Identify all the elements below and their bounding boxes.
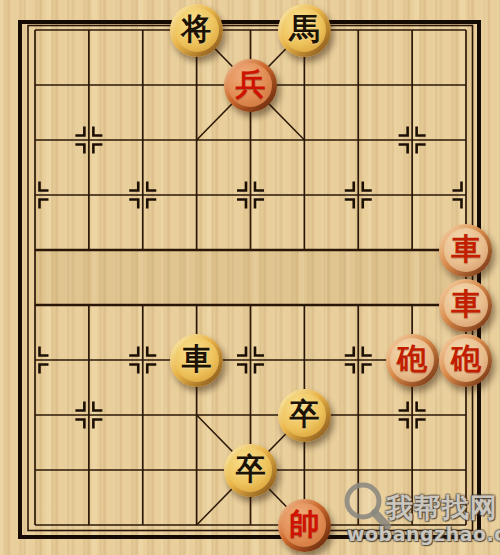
piece-glyph: 車 [182,344,212,374]
piece-glyph: 帥 [289,509,319,539]
piece-red-chariot-2[interactable]: 車 [439,279,492,332]
piece-black-chariot[interactable]: 車 [170,334,223,387]
piece-glyph: 卒 [235,454,265,484]
piece-red-cannon-2[interactable]: 砲 [439,334,492,387]
piece-glyph: 馬 [289,14,319,44]
piece-glyph: 車 [451,234,481,264]
piece-black-pawn-2[interactable]: 卒 [224,444,277,497]
piece-black-horse[interactable]: 馬 [278,4,331,57]
piece-red-general[interactable]: 帥 [278,499,331,552]
piece-glyph: 卒 [289,399,319,429]
piece-red-chariot-1[interactable]: 車 [439,224,492,277]
piece-black-pawn-1[interactable]: 卒 [278,389,331,442]
piece-glyph: 砲 [397,344,427,374]
piece-red-pawn[interactable]: 兵 [224,59,277,112]
piece-black-general[interactable]: 将 [170,4,223,57]
piece-red-cannon-1[interactable]: 砲 [386,334,439,387]
piece-glyph: 将 [182,14,212,44]
piece-glyph: 車 [451,289,481,319]
piece-glyph: 兵 [235,69,265,99]
pieces-layer[interactable]: 将馬兵車車車砲砲卒卒帥 [8,3,493,553]
piece-glyph: 砲 [451,344,481,374]
